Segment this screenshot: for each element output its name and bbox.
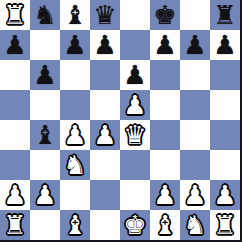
piece-black-pawn[interactable]: ♟ (183, 30, 206, 60)
piece-black-pawn[interactable]: ♟ (153, 30, 176, 60)
square-d3[interactable] (90, 150, 120, 180)
square-a3[interactable] (0, 150, 30, 180)
square-b3[interactable] (30, 150, 60, 180)
piece-white-pawn[interactable]: ♟ (213, 180, 236, 210)
square-c8[interactable]: ♝ (60, 0, 90, 30)
square-h6[interactable] (210, 60, 240, 90)
piece-white-knight[interactable]: ♞ (63, 150, 86, 180)
piece-white-king[interactable]: ♚ (123, 210, 146, 240)
square-g5[interactable] (180, 90, 210, 120)
square-e5[interactable]: ♟ (120, 90, 150, 120)
piece-white-rook[interactable]: ♜ (3, 210, 26, 240)
square-a6[interactable] (0, 60, 30, 90)
square-h3[interactable] (210, 150, 240, 180)
piece-white-knight[interactable]: ♞ (183, 210, 206, 240)
piece-white-rook[interactable]: ♜ (3, 0, 26, 30)
piece-black-pawn[interactable]: ♟ (63, 30, 86, 60)
square-f6[interactable] (150, 60, 180, 90)
piece-white-pawn[interactable]: ♟ (153, 180, 176, 210)
square-d7[interactable]: ♟ (90, 30, 120, 60)
square-b5[interactable] (30, 90, 60, 120)
piece-white-pawn[interactable]: ♟ (3, 180, 26, 210)
square-c1[interactable]: ♝ (60, 210, 90, 240)
piece-black-pawn[interactable]: ♟ (213, 30, 236, 60)
square-g1[interactable]: ♞ (180, 210, 210, 240)
square-d1[interactable] (90, 210, 120, 240)
piece-white-bishop[interactable]: ♝ (153, 210, 176, 240)
square-d6[interactable] (90, 60, 120, 90)
square-h7[interactable]: ♟ (210, 30, 240, 60)
square-b6[interactable]: ♟ (30, 60, 60, 90)
square-b7[interactable] (30, 30, 60, 60)
square-g4[interactable] (180, 120, 210, 150)
square-e8[interactable] (120, 0, 150, 30)
square-g8[interactable] (180, 0, 210, 30)
square-b1[interactable] (30, 210, 60, 240)
piece-black-king[interactable]: ♚ (153, 0, 176, 30)
piece-black-pawn[interactable]: ♟ (3, 30, 26, 60)
square-f7[interactable]: ♟ (150, 30, 180, 60)
square-b4[interactable]: ♝ (30, 120, 60, 150)
piece-white-pawn[interactable]: ♟ (63, 120, 86, 150)
square-c6[interactable] (60, 60, 90, 90)
piece-black-pawn[interactable]: ♟ (123, 60, 146, 90)
square-e1[interactable]: ♚ (120, 210, 150, 240)
square-g7[interactable]: ♟ (180, 30, 210, 60)
square-c7[interactable]: ♟ (60, 30, 90, 60)
square-h4[interactable] (210, 120, 240, 150)
piece-white-pawn[interactable]: ♟ (123, 90, 146, 120)
square-f4[interactable] (150, 120, 180, 150)
square-a5[interactable] (0, 90, 30, 120)
square-e2[interactable] (120, 180, 150, 210)
square-f1[interactable]: ♝ (150, 210, 180, 240)
square-e6[interactable]: ♟ (120, 60, 150, 90)
piece-black-rook[interactable]: ♜ (213, 0, 236, 30)
square-f5[interactable] (150, 90, 180, 120)
square-c3[interactable]: ♞ (60, 150, 90, 180)
square-a1[interactable]: ♜ (0, 210, 30, 240)
square-b2[interactable]: ♟ (30, 180, 60, 210)
piece-black-pawn[interactable]: ♟ (93, 30, 116, 60)
square-a7[interactable]: ♟ (0, 30, 30, 60)
square-g6[interactable] (180, 60, 210, 90)
square-c4[interactable]: ♟ (60, 120, 90, 150)
square-c5[interactable] (60, 90, 90, 120)
piece-white-pawn[interactable]: ♟ (183, 180, 206, 210)
square-a4[interactable] (0, 120, 30, 150)
piece-white-rook[interactable]: ♜ (213, 210, 236, 240)
square-e4[interactable]: ♛ (120, 120, 150, 150)
square-d2[interactable] (90, 180, 120, 210)
square-b8[interactable]: ♞ (30, 0, 60, 30)
piece-white-bishop[interactable]: ♝ (63, 210, 86, 240)
piece-black-bishop[interactable]: ♝ (63, 0, 86, 30)
square-d4[interactable]: ♟ (90, 120, 120, 150)
square-g3[interactable] (180, 150, 210, 180)
piece-black-pawn[interactable]: ♟ (33, 60, 56, 90)
chess-board: ♜♞♝♛♚♜♟♟♟♟♟♟♟♟♟♝♟♟♛♞♟♟♟♟♟♜♝♚♝♞♜ (0, 0, 242, 242)
piece-white-pawn[interactable]: ♟ (33, 180, 56, 210)
square-f8[interactable]: ♚ (150, 0, 180, 30)
square-h1[interactable]: ♜ (210, 210, 240, 240)
square-f2[interactable]: ♟ (150, 180, 180, 210)
square-e3[interactable] (120, 150, 150, 180)
square-c2[interactable] (60, 180, 90, 210)
square-a2[interactable]: ♟ (0, 180, 30, 210)
piece-black-bishop[interactable]: ♝ (33, 120, 56, 150)
square-a8[interactable]: ♜ (0, 0, 30, 30)
square-f3[interactable] (150, 150, 180, 180)
piece-white-queen[interactable]: ♛ (123, 120, 146, 150)
piece-black-queen[interactable]: ♛ (93, 0, 116, 30)
piece-white-pawn[interactable]: ♟ (93, 120, 116, 150)
square-g2[interactable]: ♟ (180, 180, 210, 210)
square-h2[interactable]: ♟ (210, 180, 240, 210)
square-e7[interactable] (120, 30, 150, 60)
square-d5[interactable] (90, 90, 120, 120)
piece-black-knight[interactable]: ♞ (33, 0, 56, 30)
square-h8[interactable]: ♜ (210, 0, 240, 30)
square-d8[interactable]: ♛ (90, 0, 120, 30)
square-h5[interactable] (210, 90, 240, 120)
